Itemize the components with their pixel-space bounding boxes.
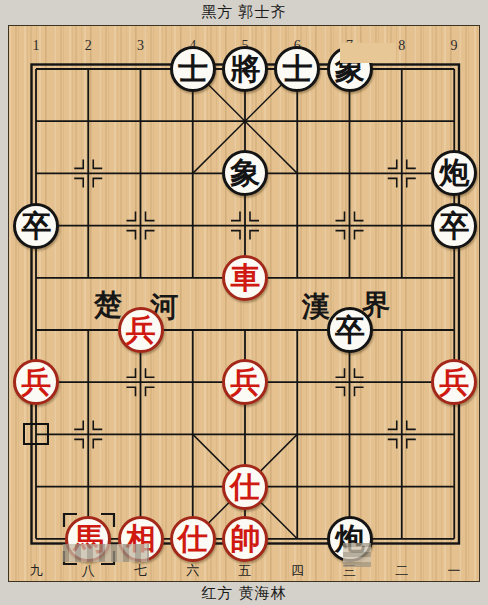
tan-artifact-patch xyxy=(340,43,396,63)
file-numeral: 五 xyxy=(239,563,252,578)
xiangqi-board[interactable]: 1 2 3 4 5 6 7 8 9 九 八 七 六 五 四 三 二 一 楚 河 … xyxy=(8,25,480,582)
red-piece[interactable]: 仕 xyxy=(222,464,268,510)
black-player-label: 黑方 郭士齐 xyxy=(201,3,286,22)
black-piece[interactable]: 士 xyxy=(274,46,320,92)
red-player-title: 红方 黄海林 xyxy=(0,582,488,605)
black-piece[interactable]: 卒 xyxy=(327,307,373,353)
black-piece[interactable]: 炮 xyxy=(431,150,477,196)
file-numeral: 六 xyxy=(186,563,199,578)
file-numeral: 四 xyxy=(291,563,304,578)
file-numeral: 一 xyxy=(448,563,461,578)
red-piece[interactable]: 兵 xyxy=(13,359,59,405)
red-piece[interactable]: 兵 xyxy=(222,359,268,405)
file-numeral: 九 xyxy=(30,563,43,578)
bottom-file-numbers: 九 八 七 六 五 四 三 二 一 xyxy=(30,563,461,578)
black-piece[interactable]: 卒 xyxy=(431,203,477,249)
black-piece[interactable]: 象 xyxy=(222,150,268,196)
red-piece[interactable]: 兵 xyxy=(118,307,164,353)
black-piece[interactable]: 士 xyxy=(170,46,216,92)
red-piece[interactable]: 兵 xyxy=(431,359,477,405)
red-piece[interactable]: 車 xyxy=(222,255,268,301)
file-numeral: 二 xyxy=(395,563,408,578)
red-piece[interactable]: 仕 xyxy=(170,516,216,562)
piece-grid[interactable]: 士將士象象炮卒卒車兵卒兵兵兵仕馬相仕帥炮 xyxy=(10,43,480,565)
black-piece[interactable]: 卒 xyxy=(13,203,59,249)
file-numeral: 八 xyxy=(82,563,95,578)
red-piece[interactable]: 帥 xyxy=(222,516,268,562)
black-player-title: 黑方 郭士齐 xyxy=(0,0,488,25)
file-numeral: 七 xyxy=(134,563,147,578)
black-piece[interactable]: 將 xyxy=(222,46,268,92)
blur-artifact xyxy=(63,544,149,562)
red-player-label: 红方 黄海林 xyxy=(201,584,286,603)
blur-artifact xyxy=(343,543,371,567)
